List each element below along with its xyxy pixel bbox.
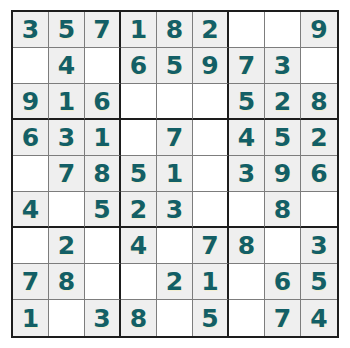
- cell-r6c9[interactable]: [301, 192, 337, 228]
- cell-r4c8[interactable]: 5: [265, 120, 301, 156]
- cell-r8c1[interactable]: 7: [13, 264, 49, 300]
- cell-r5c9[interactable]: 6: [301, 156, 337, 192]
- cell-r2c7[interactable]: 7: [229, 48, 265, 84]
- cell-r4c9[interactable]: 2: [301, 120, 337, 156]
- cell-r4c6[interactable]: [193, 120, 229, 156]
- cell-r6c6[interactable]: [193, 192, 229, 228]
- cell-r3c5[interactable]: [157, 84, 193, 120]
- cell-r5c2[interactable]: 7: [49, 156, 85, 192]
- cell-r4c3[interactable]: 1: [85, 120, 121, 156]
- cell-r9c8[interactable]: 7: [265, 300, 301, 336]
- cell-r4c2[interactable]: 3: [49, 120, 85, 156]
- cell-r3c3[interactable]: 6: [85, 84, 121, 120]
- cell-r5c1[interactable]: [13, 156, 49, 192]
- cell-r7c3[interactable]: [85, 228, 121, 264]
- cell-r1c4[interactable]: 1: [121, 12, 157, 48]
- cell-r9c7[interactable]: [229, 300, 265, 336]
- cell-r4c7[interactable]: 4: [229, 120, 265, 156]
- cell-r2c9[interactable]: [301, 48, 337, 84]
- cell-r1c6[interactable]: 2: [193, 12, 229, 48]
- cell-r7c4[interactable]: 4: [121, 228, 157, 264]
- cell-r8c3[interactable]: [85, 264, 121, 300]
- cell-r9c3[interactable]: 3: [85, 300, 121, 336]
- cell-r2c4[interactable]: 6: [121, 48, 157, 84]
- cell-r5c4[interactable]: 5: [121, 156, 157, 192]
- cell-r1c7[interactable]: [229, 12, 265, 48]
- cell-r9c1[interactable]: 1: [13, 300, 49, 336]
- cell-r4c1[interactable]: 6: [13, 120, 49, 156]
- cell-r2c8[interactable]: 3: [265, 48, 301, 84]
- cell-r6c2[interactable]: [49, 192, 85, 228]
- cell-r8c4[interactable]: [121, 264, 157, 300]
- cell-r8c7[interactable]: [229, 264, 265, 300]
- cell-r9c2[interactable]: [49, 300, 85, 336]
- cell-r2c5[interactable]: 5: [157, 48, 193, 84]
- cell-r9c5[interactable]: [157, 300, 193, 336]
- cell-r2c1[interactable]: [13, 48, 49, 84]
- cell-r7c2[interactable]: 2: [49, 228, 85, 264]
- cell-r3c9[interactable]: 8: [301, 84, 337, 120]
- cell-r7c1[interactable]: [13, 228, 49, 264]
- cell-r3c7[interactable]: 5: [229, 84, 265, 120]
- cell-r6c4[interactable]: 2: [121, 192, 157, 228]
- cell-r5c5[interactable]: 1: [157, 156, 193, 192]
- cell-r9c4[interactable]: 8: [121, 300, 157, 336]
- cell-r5c8[interactable]: 9: [265, 156, 301, 192]
- cell-r1c1[interactable]: 3: [13, 12, 49, 48]
- cell-r3c6[interactable]: [193, 84, 229, 120]
- cell-r7c5[interactable]: [157, 228, 193, 264]
- cell-r4c5[interactable]: 7: [157, 120, 193, 156]
- cell-r8c2[interactable]: 8: [49, 264, 85, 300]
- cell-r5c3[interactable]: 8: [85, 156, 121, 192]
- cell-r1c3[interactable]: 7: [85, 12, 121, 48]
- cell-r7c8[interactable]: [265, 228, 301, 264]
- cell-r7c6[interactable]: 7: [193, 228, 229, 264]
- cell-r9c9[interactable]: 4: [301, 300, 337, 336]
- cell-r4c4[interactable]: [121, 120, 157, 156]
- cell-r7c9[interactable]: 3: [301, 228, 337, 264]
- cell-r6c8[interactable]: 8: [265, 192, 301, 228]
- cell-r1c8[interactable]: [265, 12, 301, 48]
- cell-r5c7[interactable]: 3: [229, 156, 265, 192]
- cell-r8c6[interactable]: 1: [193, 264, 229, 300]
- cell-r3c1[interactable]: 9: [13, 84, 49, 120]
- cell-r6c5[interactable]: 3: [157, 192, 193, 228]
- cell-r3c2[interactable]: 1: [49, 84, 85, 120]
- cell-r6c7[interactable]: [229, 192, 265, 228]
- cell-r1c5[interactable]: 8: [157, 12, 193, 48]
- cell-r2c2[interactable]: 4: [49, 48, 85, 84]
- cell-r2c3[interactable]: [85, 48, 121, 84]
- cell-r1c9[interactable]: 9: [301, 12, 337, 48]
- cell-r9c6[interactable]: 5: [193, 300, 229, 336]
- cell-r5c6[interactable]: [193, 156, 229, 192]
- cell-r2c6[interactable]: 9: [193, 48, 229, 84]
- cell-r7c7[interactable]: 8: [229, 228, 265, 264]
- cell-r8c8[interactable]: 6: [265, 264, 301, 300]
- sudoku-board: 3571829465973916528631745278513964523824…: [11, 10, 339, 338]
- cell-r6c3[interactable]: 5: [85, 192, 121, 228]
- cell-r8c5[interactable]: 2: [157, 264, 193, 300]
- cell-r1c2[interactable]: 5: [49, 12, 85, 48]
- cell-r3c8[interactable]: 2: [265, 84, 301, 120]
- cell-r3c4[interactable]: [121, 84, 157, 120]
- cell-r8c9[interactable]: 5: [301, 264, 337, 300]
- cell-r6c1[interactable]: 4: [13, 192, 49, 228]
